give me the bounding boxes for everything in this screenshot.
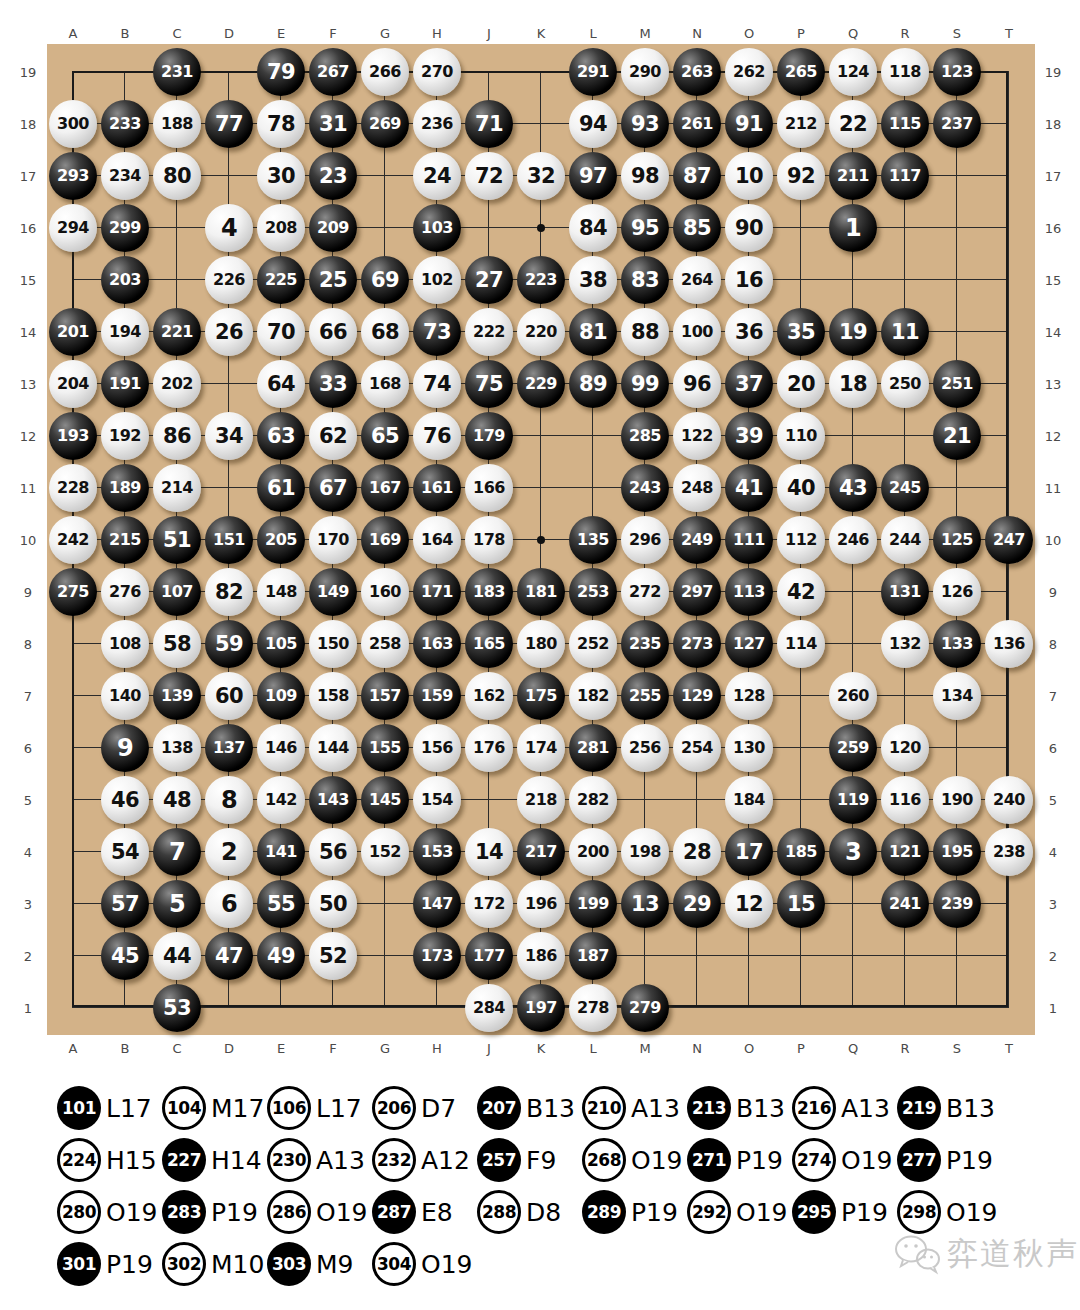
board-point-G9: 160 [359, 566, 411, 618]
board-point-L5: 282 [567, 774, 619, 826]
stone-60-D7: 60 [205, 672, 253, 720]
footer-move-295: 295P19 [792, 1186, 897, 1238]
stone-258-G8: 258 [361, 620, 409, 668]
stone-117-R17: 117 [881, 152, 929, 200]
footer-stone-black: 303 [267, 1242, 311, 1286]
stone-67-F11: 67 [309, 464, 357, 512]
stone-184-O5: 184 [725, 776, 773, 824]
go-board-grid: 2317926726627029129026326226512411812330… [47, 46, 1035, 1034]
coord-label: D [203, 1041, 255, 1056]
board-point-O13: 37 [723, 358, 775, 410]
stone-176-J6: 176 [465, 724, 513, 772]
board-point-B19 [99, 46, 151, 98]
stone-214-C11: 214 [153, 464, 201, 512]
stone-294-A16: 294 [49, 204, 97, 252]
coord-label: C [151, 1041, 203, 1056]
coord-label: 1 [15, 982, 41, 1034]
stone-87-N17: 87 [673, 152, 721, 200]
stone-140-B7: 140 [101, 672, 149, 720]
board-point-J16 [463, 202, 515, 254]
coord-label: 14 [1040, 306, 1066, 358]
board-point-L1: 278 [567, 982, 619, 1034]
coord-label: H [411, 1041, 463, 1056]
board-point-O10: 111 [723, 514, 775, 566]
board-point-D7: 60 [203, 670, 255, 722]
coord-label: L [567, 26, 619, 41]
coord-label: 7 [1040, 670, 1066, 722]
board-point-C15 [151, 254, 203, 306]
board-point-H19: 270 [411, 46, 463, 98]
stone-121-R4: 121 [881, 828, 929, 876]
board-point-D3: 6 [203, 878, 255, 930]
footer-stone-black: 301 [57, 1242, 101, 1286]
board-point-F13: 33 [307, 358, 359, 410]
stone-122-N12: 122 [673, 412, 721, 460]
board-point-K17: 32 [515, 150, 567, 202]
stone-177-J2: 177 [465, 932, 513, 980]
stone-86-C12: 86 [153, 412, 201, 460]
board-point-N8: 273 [671, 618, 723, 670]
coord-label: O [723, 1041, 775, 1056]
footer-move-104: 104M17 [162, 1082, 267, 1134]
board-point-O1 [723, 982, 775, 1034]
stone-267-F19: 267 [309, 48, 357, 96]
board-point-G10: 169 [359, 514, 411, 566]
board-point-Q9 [827, 566, 879, 618]
board-point-S9: 126 [931, 566, 983, 618]
board-point-F1 [307, 982, 359, 1034]
stone-194-B14: 194 [101, 308, 149, 356]
board-point-D1 [203, 982, 255, 1034]
board-point-O7: 128 [723, 670, 775, 722]
board-point-T16 [983, 202, 1035, 254]
board-point-J9: 183 [463, 566, 515, 618]
stone-291-L19: 291 [569, 48, 617, 96]
board-point-A18: 300 [47, 98, 99, 150]
board-point-A8 [47, 618, 99, 670]
stone-39-O12: 39 [725, 412, 773, 460]
stone-33-F13: 33 [309, 360, 357, 408]
footer-coord: B13 [946, 1094, 995, 1123]
footer-move-287: 287E8 [372, 1186, 477, 1238]
board-point-N1 [671, 982, 723, 1034]
board-point-E19: 79 [255, 46, 307, 98]
board-point-M8: 235 [619, 618, 671, 670]
board-point-N17: 87 [671, 150, 723, 202]
board-point-D15: 226 [203, 254, 255, 306]
board-point-R9: 131 [879, 566, 931, 618]
stone-50-F3: 50 [309, 880, 357, 928]
board-point-F16: 209 [307, 202, 359, 254]
board-point-B16: 299 [99, 202, 151, 254]
stone-96-N13: 96 [673, 360, 721, 408]
coord-label: 11 [1040, 462, 1066, 514]
footer-move-289: 289P19 [582, 1186, 687, 1238]
coord-label: O [723, 26, 775, 41]
stone-74-H13: 74 [413, 360, 461, 408]
stone-51-C10: 51 [153, 516, 201, 564]
board-point-P10: 112 [775, 514, 827, 566]
board-point-S10: 125 [931, 514, 983, 566]
coord-label: G [359, 1041, 411, 1056]
stone-166-J11: 166 [465, 464, 513, 512]
stone-172-J3: 172 [465, 880, 513, 928]
footer-coord: O19 [631, 1146, 683, 1175]
footer-move-230: 230A13 [267, 1134, 372, 1186]
board-point-H3: 147 [411, 878, 463, 930]
board-point-B10: 215 [99, 514, 151, 566]
coord-label: Q [827, 1041, 879, 1056]
footer-stone-white: 206 [372, 1086, 416, 1130]
stone-102-H15: 102 [413, 256, 461, 304]
row-labels-left: 19181716151413121110987654321 [15, 46, 41, 1034]
stone-209-F16: 209 [309, 204, 357, 252]
coord-label: 2 [1040, 930, 1066, 982]
board-point-J5 [463, 774, 515, 826]
footer-move-280: 280O19 [57, 1186, 162, 1238]
stone-157-G7: 157 [361, 672, 409, 720]
board-point-G19: 266 [359, 46, 411, 98]
stone-273-N8: 273 [673, 620, 721, 668]
stone-174-K6: 174 [517, 724, 565, 772]
stone-150-F8: 150 [309, 620, 357, 668]
coord-label: 4 [15, 826, 41, 878]
stone-100-N14: 100 [673, 308, 721, 356]
board-point-G8: 258 [359, 618, 411, 670]
stone-195-S4: 195 [933, 828, 981, 876]
board-point-F11: 67 [307, 462, 359, 514]
stone-97-L17: 97 [569, 152, 617, 200]
stone-212-P18: 212 [777, 100, 825, 148]
stone-255-M7: 255 [621, 672, 669, 720]
board-point-G17 [359, 150, 411, 202]
board-point-E17: 30 [255, 150, 307, 202]
board-point-S16 [931, 202, 983, 254]
footer-stone-black: 207 [477, 1086, 521, 1130]
coord-label: 17 [15, 150, 41, 202]
board-point-R12 [879, 410, 931, 462]
board-point-F17: 23 [307, 150, 359, 202]
stone-93-M18: 93 [621, 100, 669, 148]
footer-coord: B13 [526, 1094, 575, 1123]
board-point-Q1 [827, 982, 879, 1034]
stone-158-F7: 158 [309, 672, 357, 720]
coord-label: J [463, 26, 515, 41]
board-point-Q8 [827, 618, 879, 670]
coord-label: 2 [15, 930, 41, 982]
stone-141-E4: 141 [257, 828, 305, 876]
board-point-H1 [411, 982, 463, 1034]
stone-20-P13: 20 [777, 360, 825, 408]
board-point-S6 [931, 722, 983, 774]
board-point-H5: 154 [411, 774, 463, 826]
board-point-L19: 291 [567, 46, 619, 98]
stone-19-Q14: 19 [829, 308, 877, 356]
footer-stone-white: 280 [57, 1190, 101, 1234]
board-point-T11 [983, 462, 1035, 514]
stone-41-O11: 41 [725, 464, 773, 512]
board-point-M5 [619, 774, 671, 826]
stone-144-F6: 144 [309, 724, 357, 772]
board-point-C8: 58 [151, 618, 203, 670]
stone-179-J12: 179 [465, 412, 513, 460]
footer-move-304: 304O19 [372, 1238, 477, 1290]
coord-label: A [47, 1041, 99, 1056]
board-point-L9: 253 [567, 566, 619, 618]
board-point-D4: 2 [203, 826, 255, 878]
board-point-B3: 57 [99, 878, 151, 930]
footer-move-207: 207B13 [477, 1082, 582, 1134]
stone-3-Q4: 3 [829, 828, 877, 876]
coord-label: B [99, 1041, 151, 1056]
coord-label: D [203, 26, 255, 41]
stone-94-L18: 94 [569, 100, 617, 148]
stone-24-H17: 24 [413, 152, 461, 200]
stone-52-F2: 52 [309, 932, 357, 980]
footer-move-list: 101L17104M17106L17206D7207B13210A13213B1… [57, 1082, 1037, 1290]
stone-105-E8: 105 [257, 620, 305, 668]
board-point-L16: 84 [567, 202, 619, 254]
board-point-A11: 228 [47, 462, 99, 514]
coord-label: B [99, 26, 151, 41]
board-point-Q18: 22 [827, 98, 879, 150]
coord-label: E [255, 1041, 307, 1056]
board-point-J14: 222 [463, 306, 515, 358]
footer-move-303: 303M9 [267, 1238, 372, 1290]
board-point-H18: 236 [411, 98, 463, 150]
coord-label: 1 [1040, 982, 1066, 1034]
board-point-L13: 89 [567, 358, 619, 410]
stone-190-S5: 190 [933, 776, 981, 824]
footer-stone-white: 304 [372, 1242, 416, 1286]
board-point-K15: 223 [515, 254, 567, 306]
board-point-C1: 53 [151, 982, 203, 1034]
stone-53-C1: 53 [153, 984, 201, 1032]
coord-label: K [515, 1041, 567, 1056]
stone-198-M4: 198 [621, 828, 669, 876]
board-point-M18: 93 [619, 98, 671, 150]
stone-183-J9: 183 [465, 568, 513, 616]
board-point-C16 [151, 202, 203, 254]
stone-17-O4: 17 [725, 828, 773, 876]
board-point-C19: 231 [151, 46, 203, 98]
watermark: 弈道秋声 [893, 1233, 1079, 1275]
stone-284-J1: 284 [465, 984, 513, 1032]
stone-197-K1: 197 [517, 984, 565, 1032]
stone-239-S3: 239 [933, 880, 981, 928]
footer-move-257: 257F9 [477, 1134, 582, 1186]
stone-215-B10: 215 [101, 516, 149, 564]
board-point-P17: 92 [775, 150, 827, 202]
footer-coord: A13 [316, 1146, 365, 1175]
board-point-T14 [983, 306, 1035, 358]
stone-110-P12: 110 [777, 412, 825, 460]
board-point-P5 [775, 774, 827, 826]
coord-label: 10 [1040, 514, 1066, 566]
stone-92-P17: 92 [777, 152, 825, 200]
footer-coord: D7 [421, 1094, 456, 1123]
coord-label: 17 [1040, 150, 1066, 202]
board-point-S1 [931, 982, 983, 1034]
board-point-R2 [879, 930, 931, 982]
board-point-E11: 61 [255, 462, 307, 514]
board-point-A19 [47, 46, 99, 98]
board-point-P12: 110 [775, 410, 827, 462]
board-point-L12 [567, 410, 619, 462]
board-point-S3: 239 [931, 878, 983, 930]
stone-95-M16: 95 [621, 204, 669, 252]
stone-186-K2: 186 [517, 932, 565, 980]
stone-238-T4: 238 [985, 828, 1033, 876]
stone-40-P11: 40 [777, 464, 825, 512]
board-point-M14: 88 [619, 306, 671, 358]
coord-label: 13 [1040, 358, 1066, 410]
stone-11-R14: 11 [881, 308, 929, 356]
footer-coord: P19 [736, 1146, 783, 1175]
stone-249-N10: 249 [673, 516, 721, 564]
board-point-J7: 162 [463, 670, 515, 722]
stone-208-E16: 208 [257, 204, 305, 252]
stone-171-H9: 171 [413, 568, 461, 616]
board-point-E16: 208 [255, 202, 307, 254]
stone-261-N18: 261 [673, 100, 721, 148]
stone-265-P19: 265 [777, 48, 825, 96]
stone-162-J7: 162 [465, 672, 513, 720]
board-point-S2 [931, 930, 983, 982]
stone-218-K5: 218 [517, 776, 565, 824]
stone-109-E7: 109 [257, 672, 305, 720]
board-point-C5: 48 [151, 774, 203, 826]
footer-move-292: 292O19 [687, 1186, 792, 1238]
stone-252-L8: 252 [569, 620, 617, 668]
stone-202-C13: 202 [153, 360, 201, 408]
board-point-T6 [983, 722, 1035, 774]
footer-move-283: 283P19 [162, 1186, 267, 1238]
board-point-E15: 225 [255, 254, 307, 306]
coord-label: 16 [15, 202, 41, 254]
stone-244-R10: 244 [881, 516, 929, 564]
board-point-H7: 159 [411, 670, 463, 722]
board-point-B8: 108 [99, 618, 151, 670]
board-point-D9: 82 [203, 566, 255, 618]
stone-221-C14: 221 [153, 308, 201, 356]
star-point [537, 536, 545, 544]
stone-167-G11: 167 [361, 464, 409, 512]
stone-281-L6: 281 [569, 724, 617, 772]
board-point-A15 [47, 254, 99, 306]
footer-move-219: 219B13 [897, 1082, 1002, 1134]
stone-159-H7: 159 [413, 672, 461, 720]
board-point-G4: 152 [359, 826, 411, 878]
stone-98-M17: 98 [621, 152, 669, 200]
stone-108-B8: 108 [101, 620, 149, 668]
stone-262-O19: 262 [725, 48, 773, 96]
board-point-F10: 170 [307, 514, 359, 566]
stone-217-K4: 217 [517, 828, 565, 876]
footer-coord: A12 [421, 1146, 470, 1175]
stone-22-Q18: 22 [829, 100, 877, 148]
board-point-R10: 244 [879, 514, 931, 566]
board-point-R5: 116 [879, 774, 931, 826]
board-point-T1 [983, 982, 1035, 1034]
coord-label: T [983, 1041, 1035, 1056]
footer-move-301: 301P19 [57, 1238, 162, 1290]
stone-80-C17: 80 [153, 152, 201, 200]
board-point-B6: 9 [99, 722, 151, 774]
stone-89-L13: 89 [569, 360, 617, 408]
board-point-M11: 243 [619, 462, 671, 514]
board-point-L4: 200 [567, 826, 619, 878]
board-point-Q12 [827, 410, 879, 462]
board-point-J18: 71 [463, 98, 515, 150]
board-point-T2 [983, 930, 1035, 982]
board-point-K2: 186 [515, 930, 567, 982]
stone-42-P9: 42 [777, 568, 825, 616]
board-point-S18: 237 [931, 98, 983, 150]
board-point-O2 [723, 930, 775, 982]
board-point-Q19: 124 [827, 46, 879, 98]
board-point-K19 [515, 46, 567, 98]
footer-coord: P19 [946, 1146, 993, 1175]
footer-move-274: 274O19 [792, 1134, 897, 1186]
stone-82-D9: 82 [205, 568, 253, 616]
stone-233-B18: 233 [101, 100, 149, 148]
board-point-O11: 41 [723, 462, 775, 514]
board-point-N9: 297 [671, 566, 723, 618]
coord-label: 11 [15, 462, 41, 514]
board-point-G11: 167 [359, 462, 411, 514]
board-point-N6: 254 [671, 722, 723, 774]
footer-stone-black: 101 [57, 1086, 101, 1130]
coord-label: 9 [1040, 566, 1066, 618]
stone-36-O14: 36 [725, 308, 773, 356]
board-point-A12: 193 [47, 410, 99, 462]
coord-label: 6 [15, 722, 41, 774]
footer-move-288: 288D8 [477, 1186, 582, 1238]
board-point-C2: 44 [151, 930, 203, 982]
stone-145-G5: 145 [361, 776, 409, 824]
stone-229-K13: 229 [517, 360, 565, 408]
board-point-F3: 50 [307, 878, 359, 930]
board-point-M6: 256 [619, 722, 671, 774]
stone-148-E9: 148 [257, 568, 305, 616]
stone-181-K9: 181 [517, 568, 565, 616]
stone-58-C8: 58 [153, 620, 201, 668]
stone-88-M14: 88 [621, 308, 669, 356]
board-point-F5: 143 [307, 774, 359, 826]
board-point-D19 [203, 46, 255, 98]
board-point-N2 [671, 930, 723, 982]
board-point-B5: 46 [99, 774, 151, 826]
stone-84-L16: 84 [569, 204, 617, 252]
board-point-G3 [359, 878, 411, 930]
board-point-P8: 114 [775, 618, 827, 670]
board-point-N4: 28 [671, 826, 723, 878]
board-point-H12: 76 [411, 410, 463, 462]
board-point-R16 [879, 202, 931, 254]
stone-248-N11: 248 [673, 464, 721, 512]
board-point-T12 [983, 410, 1035, 462]
board-point-C12: 86 [151, 410, 203, 462]
stone-115-R18: 115 [881, 100, 929, 148]
stone-205-E10: 205 [257, 516, 305, 564]
stone-35-P14: 35 [777, 308, 825, 356]
stone-300-A18: 300 [49, 100, 97, 148]
board-point-H14: 73 [411, 306, 463, 358]
stone-185-P4: 185 [777, 828, 825, 876]
stone-199-L3: 199 [569, 880, 617, 928]
stone-46-B5: 46 [101, 776, 149, 824]
